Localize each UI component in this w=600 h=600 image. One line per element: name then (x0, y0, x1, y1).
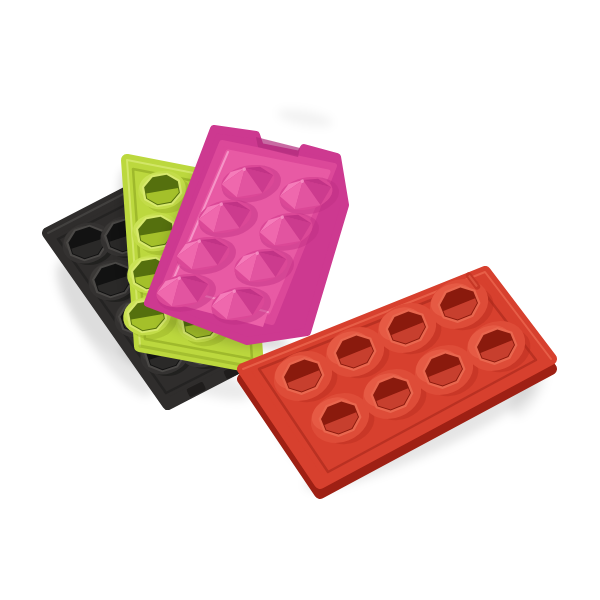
ice-cube-tray-photo (0, 0, 600, 600)
pink-top-smudge (276, 106, 334, 130)
product-photo-stage (0, 0, 600, 600)
pink-tray (148, 129, 345, 341)
